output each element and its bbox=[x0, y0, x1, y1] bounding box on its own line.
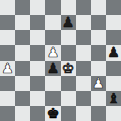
square-g2[interactable] bbox=[91, 91, 106, 106]
square-a7[interactable] bbox=[0, 15, 15, 30]
white-king[interactable]: ♚ bbox=[62, 61, 75, 75]
square-g3[interactable]: ♟ bbox=[91, 76, 106, 91]
white-pawn[interactable]: ♟ bbox=[92, 76, 105, 90]
square-h8[interactable] bbox=[106, 0, 121, 15]
square-h1[interactable] bbox=[106, 106, 121, 121]
square-c4[interactable] bbox=[30, 61, 45, 76]
black-bishop[interactable]: ♝ bbox=[107, 91, 120, 105]
white-pawn[interactable]: ♟ bbox=[47, 45, 60, 59]
square-c6[interactable] bbox=[30, 30, 45, 45]
square-d1[interactable]: ♚ bbox=[45, 106, 60, 121]
square-f3[interactable] bbox=[76, 76, 91, 91]
square-g8[interactable] bbox=[91, 0, 106, 15]
square-e6[interactable] bbox=[61, 30, 76, 45]
square-c7[interactable] bbox=[30, 15, 45, 30]
square-e8[interactable] bbox=[61, 0, 76, 15]
square-a1[interactable] bbox=[0, 106, 15, 121]
square-e1[interactable] bbox=[61, 106, 76, 121]
square-h5[interactable]: ♟ bbox=[106, 45, 121, 60]
square-f6[interactable] bbox=[76, 30, 91, 45]
square-d6[interactable] bbox=[45, 30, 60, 45]
square-a4[interactable]: ♟ bbox=[0, 61, 15, 76]
chess-board: ♟♟♟♟♟♚♟♝♚ bbox=[0, 0, 121, 121]
square-c8[interactable] bbox=[30, 0, 45, 15]
square-h7[interactable] bbox=[106, 15, 121, 30]
square-h3[interactable] bbox=[106, 76, 121, 91]
square-a2[interactable] bbox=[0, 91, 15, 106]
black-pawn[interactable]: ♟ bbox=[107, 45, 120, 59]
square-e2[interactable] bbox=[61, 91, 76, 106]
square-a3[interactable] bbox=[0, 76, 15, 91]
square-f2[interactable] bbox=[76, 91, 91, 106]
square-e7[interactable]: ♟ bbox=[61, 15, 76, 30]
square-a5[interactable] bbox=[0, 45, 15, 60]
black-pawn[interactable]: ♟ bbox=[62, 15, 75, 29]
square-g7[interactable] bbox=[91, 15, 106, 30]
white-pawn[interactable]: ♟ bbox=[1, 61, 14, 75]
square-a6[interactable] bbox=[0, 30, 15, 45]
square-c3[interactable] bbox=[30, 76, 45, 91]
square-b1[interactable] bbox=[15, 106, 30, 121]
square-b7[interactable] bbox=[15, 15, 30, 30]
square-b4[interactable] bbox=[15, 61, 30, 76]
square-b6[interactable] bbox=[15, 30, 30, 45]
square-c5[interactable] bbox=[30, 45, 45, 60]
square-f5[interactable] bbox=[76, 45, 91, 60]
square-d3[interactable] bbox=[45, 76, 60, 91]
square-c2[interactable] bbox=[30, 91, 45, 106]
square-c1[interactable] bbox=[30, 106, 45, 121]
black-pawn[interactable]: ♟ bbox=[47, 61, 60, 75]
square-g1[interactable] bbox=[91, 106, 106, 121]
square-f4[interactable] bbox=[76, 61, 91, 76]
square-b3[interactable] bbox=[15, 76, 30, 91]
square-e5[interactable] bbox=[61, 45, 76, 60]
square-d7[interactable] bbox=[45, 15, 60, 30]
square-f8[interactable] bbox=[76, 0, 91, 15]
square-h4[interactable] bbox=[106, 61, 121, 76]
square-g4[interactable] bbox=[91, 61, 106, 76]
black-king[interactable]: ♚ bbox=[47, 106, 60, 120]
square-g6[interactable] bbox=[91, 30, 106, 45]
square-a8[interactable] bbox=[0, 0, 15, 15]
square-b5[interactable] bbox=[15, 45, 30, 60]
square-f7[interactable] bbox=[76, 15, 91, 30]
square-e3[interactable] bbox=[61, 76, 76, 91]
square-g5[interactable] bbox=[91, 45, 106, 60]
square-h2[interactable]: ♝ bbox=[106, 91, 121, 106]
square-e4[interactable]: ♚ bbox=[61, 61, 76, 76]
square-f1[interactable] bbox=[76, 106, 91, 121]
square-b8[interactable] bbox=[15, 0, 30, 15]
square-d4[interactable]: ♟ bbox=[45, 61, 60, 76]
square-d8[interactable] bbox=[45, 0, 60, 15]
square-d2[interactable] bbox=[45, 91, 60, 106]
square-b2[interactable] bbox=[15, 91, 30, 106]
square-h6[interactable] bbox=[106, 30, 121, 45]
square-d5[interactable]: ♟ bbox=[45, 45, 60, 60]
